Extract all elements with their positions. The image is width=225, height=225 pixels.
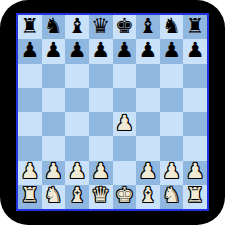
square-h8[interactable]: ♜ [183, 15, 207, 39]
square-d5[interactable] [89, 88, 113, 112]
piece-white-king-e1[interactable]: ♚ [115, 185, 134, 206]
piece-black-rook-a8[interactable]: ♜ [20, 16, 39, 37]
square-e1[interactable]: ♚ [113, 185, 137, 209]
square-a7[interactable]: ♟ [18, 39, 42, 63]
square-h7[interactable]: ♟ [183, 39, 207, 63]
piece-white-knight-g1[interactable]: ♞ [162, 185, 181, 206]
square-h4[interactable] [183, 112, 207, 136]
square-a5[interactable] [18, 88, 42, 112]
piece-white-pawn-h2[interactable]: ♟ [186, 161, 205, 182]
square-g7[interactable]: ♟ [160, 39, 184, 63]
square-b2[interactable]: ♟ [42, 161, 66, 185]
piece-black-bishop-c8[interactable]: ♝ [68, 16, 87, 37]
square-b1[interactable]: ♞ [42, 185, 66, 209]
piece-white-pawn-b2[interactable]: ♟ [44, 161, 63, 182]
square-b6[interactable] [42, 64, 66, 88]
square-f2[interactable]: ♟ [136, 161, 160, 185]
square-g4[interactable] [160, 112, 184, 136]
piece-black-queen-d8[interactable]: ♛ [91, 16, 110, 37]
square-f4[interactable] [136, 112, 160, 136]
square-d8[interactable]: ♛ [89, 15, 113, 39]
square-e8[interactable]: ♚ [113, 15, 137, 39]
square-b7[interactable]: ♟ [42, 39, 66, 63]
piece-black-pawn-a7[interactable]: ♟ [20, 40, 39, 61]
piece-black-pawn-g7[interactable]: ♟ [162, 40, 181, 61]
piece-white-pawn-e4[interactable]: ♟ [115, 113, 134, 134]
square-h5[interactable] [183, 88, 207, 112]
piece-black-bishop-f8[interactable]: ♝ [139, 16, 158, 37]
square-c8[interactable]: ♝ [65, 15, 89, 39]
square-c3[interactable] [65, 136, 89, 160]
square-f3[interactable] [136, 136, 160, 160]
square-a4[interactable] [18, 112, 42, 136]
piece-white-rook-h1[interactable]: ♜ [186, 185, 205, 206]
square-a3[interactable] [18, 136, 42, 160]
square-b8[interactable]: ♞ [42, 15, 66, 39]
piece-white-queen-d1[interactable]: ♛ [91, 185, 110, 206]
square-e4[interactable]: ♟ [113, 112, 137, 136]
piece-white-pawn-f2[interactable]: ♟ [139, 161, 158, 182]
square-d7[interactable]: ♟ [89, 39, 113, 63]
square-a8[interactable]: ♜ [18, 15, 42, 39]
square-e7[interactable]: ♟ [113, 39, 137, 63]
square-c4[interactable] [65, 112, 89, 136]
square-h3[interactable] [183, 136, 207, 160]
piece-black-pawn-c7[interactable]: ♟ [68, 40, 87, 61]
square-f1[interactable]: ♝ [136, 185, 160, 209]
square-c5[interactable] [65, 88, 89, 112]
piece-white-bishop-c1[interactable]: ♝ [68, 185, 87, 206]
square-a6[interactable] [18, 64, 42, 88]
piece-white-rook-a1[interactable]: ♜ [20, 185, 39, 206]
square-e2[interactable] [113, 161, 137, 185]
piece-black-pawn-b7[interactable]: ♟ [44, 40, 63, 61]
piece-black-pawn-h7[interactable]: ♟ [186, 40, 205, 61]
square-h6[interactable] [183, 64, 207, 88]
square-d3[interactable] [89, 136, 113, 160]
square-g1[interactable]: ♞ [160, 185, 184, 209]
square-b5[interactable] [42, 88, 66, 112]
page-background: ♜♞♝♛♚♝♞♜♟♟♟♟♟♟♟♟♟♟♟♟♟♟♟♟♜♞♝♛♚♝♞♜ [0, 0, 225, 225]
square-e3[interactable] [113, 136, 137, 160]
square-c2[interactable]: ♟ [65, 161, 89, 185]
square-d4[interactable] [89, 112, 113, 136]
square-g3[interactable] [160, 136, 184, 160]
piece-white-knight-b1[interactable]: ♞ [44, 185, 63, 206]
square-f7[interactable]: ♟ [136, 39, 160, 63]
square-e6[interactable] [113, 64, 137, 88]
square-g8[interactable]: ♞ [160, 15, 184, 39]
piece-black-knight-g8[interactable]: ♞ [162, 16, 181, 37]
square-e5[interactable] [113, 88, 137, 112]
piece-black-pawn-e7[interactable]: ♟ [115, 40, 134, 61]
square-g2[interactable]: ♟ [160, 161, 184, 185]
square-f8[interactable]: ♝ [136, 15, 160, 39]
chess-board: ♜♞♝♛♚♝♞♜♟♟♟♟♟♟♟♟♟♟♟♟♟♟♟♟♜♞♝♛♚♝♞♜ [16, 13, 209, 211]
piece-black-pawn-f7[interactable]: ♟ [139, 40, 158, 61]
square-c7[interactable]: ♟ [65, 39, 89, 63]
piece-white-bishop-f1[interactable]: ♝ [139, 185, 158, 206]
square-g6[interactable] [160, 64, 184, 88]
piece-black-knight-b8[interactable]: ♞ [44, 16, 63, 37]
square-a2[interactable]: ♟ [18, 161, 42, 185]
square-b4[interactable] [42, 112, 66, 136]
square-h2[interactable]: ♟ [183, 161, 207, 185]
piece-black-king-e8[interactable]: ♚ [115, 16, 134, 37]
square-c6[interactable] [65, 64, 89, 88]
piece-white-pawn-a2[interactable]: ♟ [20, 161, 39, 182]
piece-white-pawn-g2[interactable]: ♟ [162, 161, 181, 182]
square-b3[interactable] [42, 136, 66, 160]
square-h1[interactable]: ♜ [183, 185, 207, 209]
square-d1[interactable]: ♛ [89, 185, 113, 209]
square-f5[interactable] [136, 88, 160, 112]
piece-black-pawn-d7[interactable]: ♟ [91, 40, 110, 61]
square-d2[interactable]: ♟ [89, 161, 113, 185]
square-c1[interactable]: ♝ [65, 185, 89, 209]
piece-white-pawn-d2[interactable]: ♟ [91, 161, 110, 182]
piece-black-rook-h8[interactable]: ♜ [186, 16, 205, 37]
piece-white-pawn-c2[interactable]: ♟ [68, 161, 87, 182]
square-g5[interactable] [160, 88, 184, 112]
square-f6[interactable] [136, 64, 160, 88]
square-a1[interactable]: ♜ [18, 185, 42, 209]
square-d6[interactable] [89, 64, 113, 88]
